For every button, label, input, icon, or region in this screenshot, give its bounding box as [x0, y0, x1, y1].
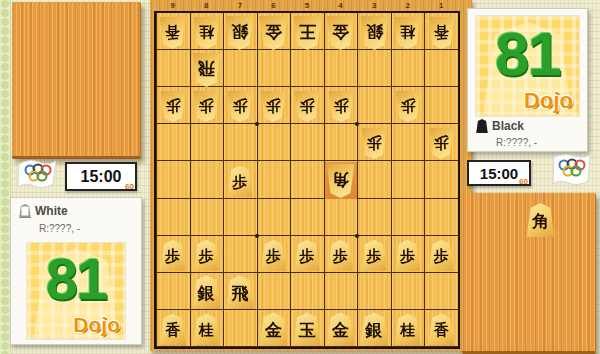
- komadai-black-hand[interactable]: 角: [462, 193, 596, 354]
- white-player-name-row: White: [19, 204, 68, 218]
- black-player-name-row: Black: [476, 119, 524, 133]
- black-clock: 15:00 60: [467, 160, 531, 186]
- piece-歩-83-gote[interactable]: 歩: [193, 91, 219, 122]
- shogi-board[interactable]: 香桂銀金王金銀桂香飛歩歩歩歩歩歩歩歩歩角歩歩歩歩歩歩歩歩歩銀飛香桂金玉金銀桂香: [154, 11, 460, 349]
- piece-王-51-gote[interactable]: 王: [293, 16, 322, 50]
- olympic-flag-icon: [548, 151, 594, 195]
- piece-飛-82-gote[interactable]: 飛: [192, 53, 221, 87]
- white-player-name: White: [35, 204, 68, 218]
- file-coordinate-labels: 987654321: [156, 0, 458, 11]
- piece-香-91-gote[interactable]: 香: [159, 17, 186, 49]
- file-label-8: 8: [190, 0, 224, 11]
- white-player-panel: White R:????, - 81 Dojo: [10, 197, 142, 345]
- piece-飛-78-sente[interactable]: 飛: [225, 275, 254, 309]
- piece-歩-67-sente[interactable]: 歩: [260, 240, 286, 271]
- piece-歩-43-gote[interactable]: 歩: [328, 91, 354, 122]
- black-piece-icon: [476, 119, 488, 133]
- piece-歩-17-sente[interactable]: 歩: [428, 240, 454, 271]
- piece-歩-75-sente[interactable]: 歩: [227, 166, 253, 197]
- piece-銀-71-gote[interactable]: 銀: [225, 16, 254, 50]
- app-background: 987654321 123456789 香桂銀金王金銀桂香飛歩歩歩歩歩歩歩歩歩角…: [0, 0, 600, 354]
- white-piece-icon: [19, 204, 31, 218]
- piece-歩-57-sente[interactable]: 歩: [294, 240, 320, 271]
- piece-金-69-sente[interactable]: 金: [259, 312, 288, 346]
- piece-玉-59-sente[interactable]: 玉: [293, 312, 322, 346]
- piece-歩-23-gote[interactable]: 歩: [395, 91, 421, 122]
- piece-桂-29-sente[interactable]: 桂: [394, 313, 421, 345]
- piece-歩-97-sente[interactable]: 歩: [160, 240, 186, 271]
- piece-歩-14-gote[interactable]: 歩: [428, 128, 454, 159]
- piece-歩-87-sente[interactable]: 歩: [193, 240, 219, 271]
- piece-銀-88-sente[interactable]: 銀: [192, 275, 221, 309]
- piece-金-49-sente[interactable]: 金: [326, 312, 355, 346]
- white-player-rating: R:????, -: [39, 223, 80, 234]
- file-label-3: 3: [357, 0, 391, 11]
- white-clock: 15:00 60: [65, 162, 137, 191]
- piece-歩-34-gote[interactable]: 歩: [361, 128, 387, 159]
- piece-歩-53-gote[interactable]: 歩: [294, 91, 320, 122]
- piece-歩-63-gote[interactable]: 歩: [260, 91, 286, 122]
- shogi-board-frame: 987654321 123456789 香桂銀金王金銀桂香飛歩歩歩歩歩歩歩歩歩角…: [150, 0, 472, 351]
- black-player-panel: 81 Dojo Black R:????, -: [467, 8, 588, 152]
- hand-piece-角-black[interactable]: 角: [526, 203, 555, 237]
- piece-歩-47-sente[interactable]: 歩: [328, 240, 354, 271]
- piece-金-61-gote[interactable]: 金: [259, 16, 288, 50]
- piece-銀-39-sente[interactable]: 銀: [360, 312, 389, 346]
- piece-桂-81-gote[interactable]: 桂: [193, 17, 220, 49]
- piece-歩-27-sente[interactable]: 歩: [395, 240, 421, 271]
- file-label-7: 7: [223, 0, 257, 11]
- olympic-flag-icon: [15, 156, 59, 198]
- hoshi-dot: [355, 234, 359, 238]
- piece-歩-37-sente[interactable]: 歩: [361, 240, 387, 271]
- file-label-6: 6: [257, 0, 291, 11]
- logo-dojo-text: Dojo: [73, 313, 120, 337]
- komadai-white-hand[interactable]: [12, 2, 141, 159]
- piece-金-41-gote[interactable]: 金: [326, 16, 355, 50]
- piece-香-19-sente[interactable]: 香: [428, 313, 455, 345]
- hoshi-dot: [255, 122, 259, 126]
- 81dojo-logo: 81 Dojo: [475, 15, 580, 117]
- black-byoyomi: 60: [519, 177, 528, 186]
- file-label-5: 5: [290, 0, 324, 11]
- white-clock-time: 15:00: [81, 168, 122, 186]
- logo-81-text: 81: [27, 245, 125, 312]
- file-label-1: 1: [424, 0, 458, 11]
- logo-dojo-text: Dojo: [524, 88, 573, 114]
- piece-香-11-gote[interactable]: 香: [428, 17, 455, 49]
- file-label-2: 2: [391, 0, 425, 11]
- file-label-9: 9: [156, 0, 190, 11]
- file-label-4: 4: [324, 0, 358, 11]
- hoshi-dot: [255, 234, 259, 238]
- piece-桂-89-sente[interactable]: 桂: [193, 313, 220, 345]
- piece-桂-21-gote[interactable]: 桂: [394, 17, 421, 49]
- piece-歩-93-gote[interactable]: 歩: [160, 91, 186, 122]
- piece-香-99-sente[interactable]: 香: [159, 313, 186, 345]
- black-clock-time: 15:00: [480, 165, 518, 182]
- logo-81-text: 81: [476, 18, 579, 89]
- black-player-name: Black: [492, 119, 524, 133]
- black-player-rating: R:????, -: [496, 137, 537, 148]
- 81dojo-logo: 81 Dojo: [26, 242, 126, 340]
- hoshi-dot: [355, 122, 359, 126]
- piece-歩-73-gote[interactable]: 歩: [227, 91, 253, 122]
- piece-銀-31-gote[interactable]: 銀: [360, 16, 389, 50]
- white-byoyomi: 60: [125, 182, 134, 191]
